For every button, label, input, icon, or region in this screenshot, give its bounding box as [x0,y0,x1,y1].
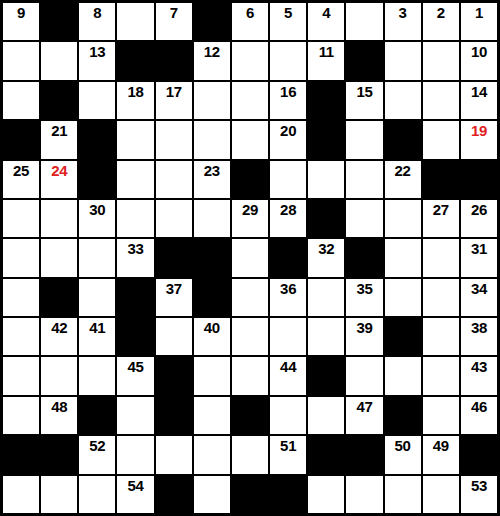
clue-number: 32 [308,240,344,257]
white-cell[interactable] [156,121,192,158]
white-cell[interactable] [308,476,344,513]
white-cell[interactable] [423,318,459,355]
white-cell[interactable] [41,357,77,394]
clue-number: 27 [423,201,459,218]
white-cell[interactable] [346,121,382,158]
white-cell[interactable] [308,279,344,316]
black-cell [117,318,153,355]
black-cell [117,279,153,316]
white-cell[interactable] [423,476,459,513]
clue-number: 39 [346,319,382,336]
white-cell[interactable] [346,357,382,394]
black-cell [194,3,230,40]
white-cell[interactable]: 33 [117,239,153,276]
white-cell[interactable]: 13 [79,42,115,79]
white-cell[interactable]: 4 [308,3,344,40]
black-cell [41,436,77,473]
clue-number: 36 [270,280,306,297]
white-cell[interactable] [156,200,192,237]
white-cell[interactable] [156,161,192,198]
white-cell[interactable]: 49 [423,436,459,473]
clue-number: 52 [79,437,115,454]
black-cell [156,42,192,79]
white-cell[interactable] [423,279,459,316]
white-cell[interactable]: 40 [194,318,230,355]
black-cell [461,161,497,198]
white-cell[interactable]: 50 [385,436,421,473]
clue-number: 18 [117,83,153,100]
white-cell[interactable] [423,121,459,158]
black-cell [385,397,421,434]
white-cell[interactable]: 19 [461,121,497,158]
clue-number: 54 [117,477,153,494]
clue-number: 8 [79,4,115,21]
black-cell [308,436,344,473]
white-cell[interactable]: 7 [156,3,192,40]
white-cell[interactable]: 36 [270,279,306,316]
white-cell[interactable]: 25 [3,161,39,198]
white-cell[interactable]: 34 [461,279,497,316]
white-cell[interactable]: 29 [232,200,268,237]
white-cell[interactable] [423,357,459,394]
white-cell[interactable] [117,397,153,434]
white-cell[interactable]: 53 [461,476,497,513]
white-cell[interactable] [194,121,230,158]
clue-number: 45 [117,358,153,375]
clue-number: 42 [41,319,77,336]
white-cell[interactable] [117,3,153,40]
white-cell[interactable]: 11 [308,42,344,79]
white-cell[interactable] [385,200,421,237]
clue-number: 22 [385,162,421,179]
black-cell [156,476,192,513]
black-cell [308,200,344,237]
black-cell [346,239,382,276]
white-cell[interactable] [385,476,421,513]
clue-number: 49 [423,437,459,454]
white-cell[interactable]: 5 [270,3,306,40]
black-cell [41,82,77,119]
clue-number: 20 [270,122,306,139]
white-cell[interactable] [270,42,306,79]
white-cell[interactable]: 39 [346,318,382,355]
clue-number: 33 [117,240,153,257]
clue-number: 44 [270,358,306,375]
black-cell [156,239,192,276]
black-cell [308,357,344,394]
black-cell [270,476,306,513]
white-cell[interactable]: 10 [461,42,497,79]
white-cell[interactable] [3,239,39,276]
white-cell[interactable] [423,42,459,79]
clue-number: 12 [194,43,230,60]
white-cell[interactable] [232,279,268,316]
white-cell[interactable] [385,279,421,316]
white-cell[interactable] [194,82,230,119]
black-cell [308,121,344,158]
clue-number: 48 [41,398,77,415]
white-cell[interactable] [385,239,421,276]
white-cell[interactable]: 18 [117,82,153,119]
clue-number: 46 [461,398,497,415]
black-cell [270,239,306,276]
white-cell[interactable]: 9 [3,3,39,40]
white-cell[interactable] [3,357,39,394]
clue-number: 47 [346,398,382,415]
black-cell [346,436,382,473]
white-cell[interactable]: 48 [41,397,77,434]
white-cell[interactable]: 23 [194,161,230,198]
black-cell [156,397,192,434]
white-cell[interactable]: 28 [270,200,306,237]
white-cell[interactable]: 12 [194,42,230,79]
white-cell[interactable] [117,161,153,198]
white-cell[interactable]: 17 [156,82,192,119]
black-cell [194,279,230,316]
white-cell[interactable]: 20 [270,121,306,158]
white-cell[interactable] [79,239,115,276]
white-cell[interactable]: 41 [79,318,115,355]
clue-number: 13 [79,43,115,60]
white-cell[interactable] [41,239,77,276]
black-cell [194,239,230,276]
white-cell[interactable] [346,200,382,237]
white-cell[interactable] [232,82,268,119]
black-cell [3,436,39,473]
white-cell[interactable] [194,397,230,434]
white-cell[interactable]: 6 [232,3,268,40]
white-cell[interactable]: 24 [41,161,77,198]
white-cell[interactable] [385,357,421,394]
white-cell[interactable] [117,436,153,473]
clue-number: 28 [270,201,306,218]
white-cell[interactable]: 43 [461,357,497,394]
white-cell[interactable] [41,42,77,79]
black-cell [79,121,115,158]
clue-number: 50 [385,437,421,454]
clue-number: 16 [270,83,306,100]
white-cell[interactable]: 3 [385,3,421,40]
black-cell [346,42,382,79]
white-cell[interactable]: 44 [270,357,306,394]
clue-number: 38 [461,319,497,336]
white-cell[interactable] [232,121,268,158]
white-cell[interactable] [232,239,268,276]
white-cell[interactable]: 51 [270,436,306,473]
white-cell[interactable]: 31 [461,239,497,276]
white-cell[interactable] [346,476,382,513]
clue-number: 30 [79,201,115,218]
white-cell[interactable] [117,121,153,158]
black-cell [117,42,153,79]
white-cell[interactable] [41,200,77,237]
white-cell[interactable]: 22 [385,161,421,198]
black-cell [232,476,268,513]
clue-number: 40 [194,319,230,336]
clue-number: 51 [270,437,306,454]
clue-number-red: 24 [41,162,77,179]
clue-number: 4 [308,4,344,21]
clue-number: 17 [156,83,192,100]
white-cell[interactable] [194,200,230,237]
black-cell [423,161,459,198]
crossword-grid: 9876543211312111018171615142120192524232… [0,0,500,516]
white-cell[interactable]: 15 [346,82,382,119]
white-cell[interactable]: 32 [308,239,344,276]
clue-number: 2 [423,4,459,21]
clue-number: 53 [461,477,497,494]
clue-number: 34 [461,280,497,297]
clue-number: 11 [308,43,344,60]
black-cell [41,279,77,316]
white-cell[interactable]: 14 [461,82,497,119]
black-cell [232,397,268,434]
white-cell[interactable]: 42 [41,318,77,355]
white-cell[interactable]: 8 [79,3,115,40]
white-cell[interactable]: 45 [117,357,153,394]
clue-number: 29 [232,201,268,218]
white-cell[interactable] [156,436,192,473]
white-cell[interactable]: 2 [423,3,459,40]
clue-number: 23 [194,162,230,179]
white-cell[interactable] [3,82,39,119]
white-cell[interactable] [117,200,153,237]
white-cell[interactable] [3,318,39,355]
white-cell[interactable] [232,357,268,394]
white-cell[interactable] [194,476,230,513]
white-cell[interactable] [346,161,382,198]
black-cell [79,397,115,434]
white-cell[interactable]: 27 [423,200,459,237]
clue-number: 14 [461,83,497,100]
white-cell[interactable] [79,476,115,513]
white-cell[interactable]: 21 [41,121,77,158]
white-cell[interactable] [3,397,39,434]
white-cell[interactable] [308,397,344,434]
white-cell[interactable] [423,82,459,119]
clue-number: 41 [79,319,115,336]
white-cell[interactable] [232,42,268,79]
white-cell[interactable] [3,476,39,513]
clue-number: 5 [270,4,306,21]
white-cell[interactable] [79,82,115,119]
clue-number: 25 [3,162,39,179]
white-cell[interactable]: 1 [461,3,497,40]
clue-number: 10 [461,43,497,60]
clue-number: 1 [461,4,497,21]
white-cell[interactable]: 26 [461,200,497,237]
black-cell [385,318,421,355]
white-cell[interactable]: 38 [461,318,497,355]
white-cell[interactable] [3,200,39,237]
white-cell[interactable]: 47 [346,397,382,434]
white-cell[interactable]: 54 [117,476,153,513]
white-cell[interactable]: 52 [79,436,115,473]
clue-number: 6 [232,4,268,21]
white-cell[interactable] [385,42,421,79]
clue-number: 7 [156,4,192,21]
black-cell [156,357,192,394]
white-cell[interactable] [346,3,382,40]
white-cell[interactable] [79,279,115,316]
clue-number: 26 [461,201,497,218]
white-cell[interactable] [79,357,115,394]
clue-number: 15 [346,83,382,100]
black-cell [79,161,115,198]
white-cell[interactable] [270,397,306,434]
white-cell[interactable]: 46 [461,397,497,434]
white-cell[interactable] [3,42,39,79]
white-cell[interactable] [156,318,192,355]
white-cell[interactable]: 35 [346,279,382,316]
clue-number: 37 [156,280,192,297]
black-cell [461,436,497,473]
black-cell [385,121,421,158]
white-cell[interactable] [194,357,230,394]
clue-number: 43 [461,358,497,375]
white-cell[interactable] [423,397,459,434]
white-cell[interactable]: 37 [156,279,192,316]
black-cell [3,121,39,158]
white-cell[interactable] [194,436,230,473]
white-cell[interactable] [232,436,268,473]
clue-number-red: 19 [461,122,497,139]
white-cell[interactable] [232,318,268,355]
white-cell[interactable] [308,318,344,355]
white-cell[interactable]: 30 [79,200,115,237]
clue-number: 21 [41,122,77,139]
clue-number: 9 [3,4,39,21]
white-cell[interactable]: 16 [270,82,306,119]
white-cell[interactable] [41,476,77,513]
white-cell[interactable] [270,161,306,198]
black-cell [308,82,344,119]
clue-number: 31 [461,240,497,257]
white-cell[interactable] [423,239,459,276]
white-cell[interactable] [385,82,421,119]
white-cell[interactable] [270,318,306,355]
clue-number: 3 [385,4,421,21]
black-cell [41,3,77,40]
clue-number: 35 [346,280,382,297]
black-cell [232,161,268,198]
white-cell[interactable] [308,161,344,198]
white-cell[interactable] [3,279,39,316]
